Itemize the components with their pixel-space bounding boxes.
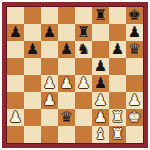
square-e8[interactable]	[75, 7, 92, 24]
square-g5[interactable]	[109, 58, 126, 75]
square-g3[interactable]	[109, 92, 126, 109]
square-b7[interactable]	[24, 24, 41, 41]
piece-black-pawn: ♟	[58, 41, 75, 58]
square-h8[interactable]: ♚	[126, 7, 143, 24]
square-d7[interactable]	[58, 24, 75, 41]
square-b8[interactable]	[24, 7, 41, 24]
piece-white-rook: ♜	[109, 109, 126, 126]
piece-white-rook: ♜	[109, 126, 126, 143]
square-e6[interactable]: ♞	[75, 41, 92, 58]
piece-black-pawn: ♟	[92, 58, 109, 75]
square-c6[interactable]	[41, 41, 58, 58]
piece-black-queen: ♛	[58, 109, 75, 126]
square-c4[interactable]: ♟	[41, 75, 58, 92]
piece-white-pawn: ♟	[58, 75, 75, 92]
square-h1[interactable]	[126, 126, 143, 143]
square-a8[interactable]	[7, 7, 24, 24]
square-d4[interactable]: ♟	[58, 75, 75, 92]
square-e1[interactable]	[75, 126, 92, 143]
piece-white-pawn: ♟	[75, 75, 92, 92]
square-g8[interactable]	[109, 7, 126, 24]
diagram-frame: ♜♚♟♟♜♟♟♟♞♟♛♟♟♟♟♟♟♟♟♟♛♟♜♚♝♜	[0, 0, 150, 150]
square-f4[interactable]: ♟	[92, 75, 109, 92]
square-h7[interactable]: ♟	[126, 24, 143, 41]
piece-black-pawn: ♟	[41, 24, 58, 41]
piece-white-bishop: ♝	[92, 126, 109, 143]
piece-black-rook: ♜	[75, 24, 92, 41]
square-a4[interactable]	[7, 75, 24, 92]
square-g2[interactable]: ♜	[109, 109, 126, 126]
square-h3[interactable]: ♟	[126, 92, 143, 109]
square-c8[interactable]	[41, 7, 58, 24]
square-e5[interactable]	[75, 58, 92, 75]
square-g6[interactable]: ♟	[109, 41, 126, 58]
square-f6[interactable]	[92, 41, 109, 58]
square-c5[interactable]	[41, 58, 58, 75]
square-d2[interactable]: ♛	[58, 109, 75, 126]
piece-black-pawn: ♟	[126, 24, 143, 41]
piece-black-pawn: ♟	[24, 41, 41, 58]
square-a3[interactable]	[7, 92, 24, 109]
square-h5[interactable]	[126, 58, 143, 75]
square-b6[interactable]: ♟	[24, 41, 41, 58]
square-f8[interactable]: ♜	[92, 7, 109, 24]
piece-black-pawn: ♟	[92, 75, 109, 92]
piece-white-pawn: ♟	[7, 109, 24, 126]
piece-black-rook: ♜	[92, 7, 109, 24]
square-b3[interactable]	[24, 92, 41, 109]
square-c3[interactable]: ♟	[41, 92, 58, 109]
square-d5[interactable]	[58, 58, 75, 75]
square-c1[interactable]	[41, 126, 58, 143]
square-f2[interactable]: ♟	[92, 109, 109, 126]
square-e4[interactable]: ♟	[75, 75, 92, 92]
square-g4[interactable]	[109, 75, 126, 92]
square-e3[interactable]	[75, 92, 92, 109]
piece-white-pawn: ♟	[92, 109, 109, 126]
square-b5[interactable]	[24, 58, 41, 75]
piece-black-pawn: ♟	[7, 24, 24, 41]
piece-white-pawn: ♟	[41, 75, 58, 92]
square-a7[interactable]: ♟	[7, 24, 24, 41]
square-h6[interactable]: ♛	[126, 41, 143, 58]
square-a1[interactable]	[7, 126, 24, 143]
square-d6[interactable]: ♟	[58, 41, 75, 58]
square-c7[interactable]: ♟	[41, 24, 58, 41]
square-f3[interactable]: ♟	[92, 92, 109, 109]
square-b2[interactable]	[24, 109, 41, 126]
piece-white-pawn: ♟	[92, 92, 109, 109]
square-a6[interactable]	[7, 41, 24, 58]
square-e2[interactable]	[75, 109, 92, 126]
square-f5[interactable]: ♟	[92, 58, 109, 75]
piece-white-pawn: ♟	[41, 92, 58, 109]
square-d1[interactable]	[58, 126, 75, 143]
piece-white-king: ♚	[126, 109, 143, 126]
piece-white-pawn: ♟	[126, 92, 143, 109]
square-d3[interactable]	[58, 92, 75, 109]
square-f1[interactable]: ♝	[92, 126, 109, 143]
square-b4[interactable]	[24, 75, 41, 92]
square-f7[interactable]	[92, 24, 109, 41]
piece-black-king: ♚	[126, 7, 143, 24]
piece-black-pawn: ♟	[109, 41, 126, 58]
square-h4[interactable]	[126, 75, 143, 92]
square-a2[interactable]: ♟	[7, 109, 24, 126]
square-c2[interactable]	[41, 109, 58, 126]
piece-black-knight: ♞	[75, 41, 92, 58]
square-g7[interactable]	[109, 24, 126, 41]
square-g1[interactable]: ♜	[109, 126, 126, 143]
piece-black-queen: ♛	[126, 41, 143, 58]
square-e7[interactable]: ♜	[75, 24, 92, 41]
square-b1[interactable]	[24, 126, 41, 143]
square-a5[interactable]	[7, 58, 24, 75]
square-d8[interactable]	[58, 7, 75, 24]
board-border: ♜♚♟♟♜♟♟♟♞♟♛♟♟♟♟♟♟♟♟♟♛♟♜♚♝♜	[2, 2, 148, 148]
square-h2[interactable]: ♚	[126, 109, 143, 126]
chess-board: ♜♚♟♟♜♟♟♟♞♟♛♟♟♟♟♟♟♟♟♟♛♟♜♚♝♜	[6, 6, 144, 144]
